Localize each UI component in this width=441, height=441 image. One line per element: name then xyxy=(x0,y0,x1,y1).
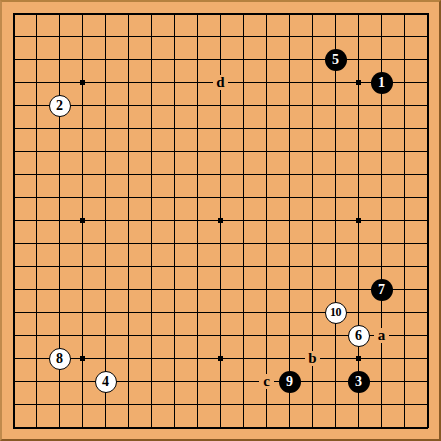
intersection-12-9 xyxy=(255,186,278,209)
intersection-18-19 xyxy=(393,416,416,439)
intersection-5-19 xyxy=(94,416,117,439)
intersection-10-4: d xyxy=(209,71,232,94)
intersection-15-12 xyxy=(324,255,347,278)
intersection-11-19 xyxy=(232,416,255,439)
intersection-16-13 xyxy=(347,278,370,301)
intersection-12-15 xyxy=(255,324,278,347)
intersection-19-9 xyxy=(416,186,439,209)
intersection-4-9 xyxy=(71,186,94,209)
intersection-7-3 xyxy=(140,48,163,71)
intersection-2-11 xyxy=(25,232,48,255)
point-label-d-K16: d xyxy=(213,75,228,90)
intersection-7-18 xyxy=(140,393,163,416)
intersection-9-16 xyxy=(186,347,209,370)
intersection-10-5 xyxy=(209,94,232,117)
intersection-15-8 xyxy=(324,163,347,186)
intersection-13-19 xyxy=(278,416,301,439)
stone-white-4-E3: 4 xyxy=(95,371,117,393)
intersection-1-15 xyxy=(2,324,25,347)
intersection-4-10 xyxy=(71,209,94,232)
intersection-3-5: 2 xyxy=(48,94,71,117)
intersection-11-13 xyxy=(232,278,255,301)
intersection-18-8 xyxy=(393,163,416,186)
intersection-10-14 xyxy=(209,301,232,324)
intersection-7-4 xyxy=(140,71,163,94)
intersection-4-11 xyxy=(71,232,94,255)
intersection-9-5 xyxy=(186,94,209,117)
intersection-8-19 xyxy=(163,416,186,439)
intersection-16-15: 6 xyxy=(347,324,370,347)
intersection-17-13: 7 xyxy=(370,278,393,301)
intersection-19-2 xyxy=(416,25,439,48)
intersection-2-1 xyxy=(25,2,48,25)
intersection-11-6 xyxy=(232,117,255,140)
intersection-19-4 xyxy=(416,71,439,94)
intersection-9-14 xyxy=(186,301,209,324)
intersection-5-4 xyxy=(94,71,117,94)
intersection-15-11 xyxy=(324,232,347,255)
intersection-4-2 xyxy=(71,25,94,48)
intersection-10-6 xyxy=(209,117,232,140)
intersection-14-12 xyxy=(301,255,324,278)
intersection-8-16 xyxy=(163,347,186,370)
intersection-5-1 xyxy=(94,2,117,25)
intersection-1-16 xyxy=(2,347,25,370)
intersection-11-11 xyxy=(232,232,255,255)
intersection-7-5 xyxy=(140,94,163,117)
intersection-13-11 xyxy=(278,232,301,255)
intersection-2-8 xyxy=(25,163,48,186)
intersection-6-6 xyxy=(117,117,140,140)
intersection-1-8 xyxy=(2,163,25,186)
intersection-12-5 xyxy=(255,94,278,117)
intersection-7-13 xyxy=(140,278,163,301)
intersection-11-1 xyxy=(232,2,255,25)
intersection-9-19 xyxy=(186,416,209,439)
intersection-2-4 xyxy=(25,71,48,94)
stone-black-1-R16: 1 xyxy=(371,72,393,94)
intersection-13-8 xyxy=(278,163,301,186)
intersection-10-10 xyxy=(209,209,232,232)
intersection-18-4 xyxy=(393,71,416,94)
intersection-2-5 xyxy=(25,94,48,117)
intersection-17-6 xyxy=(370,117,393,140)
intersection-9-9 xyxy=(186,186,209,209)
intersection-18-5 xyxy=(393,94,416,117)
intersection-6-16 xyxy=(117,347,140,370)
intersection-3-4 xyxy=(48,71,71,94)
intersection-1-7 xyxy=(2,140,25,163)
intersection-6-10 xyxy=(117,209,140,232)
go-grid-19x19: 5d127106a8b4c93 xyxy=(2,2,439,439)
stone-white-8-C4: 8 xyxy=(49,348,71,370)
intersection-13-1 xyxy=(278,2,301,25)
intersection-2-2 xyxy=(25,25,48,48)
intersection-7-17 xyxy=(140,370,163,393)
intersection-9-6 xyxy=(186,117,209,140)
intersection-8-14 xyxy=(163,301,186,324)
intersection-12-2 xyxy=(255,25,278,48)
intersection-13-17: 9 xyxy=(278,370,301,393)
intersection-9-1 xyxy=(186,2,209,25)
intersection-13-13 xyxy=(278,278,301,301)
intersection-16-10 xyxy=(347,209,370,232)
intersection-15-13 xyxy=(324,278,347,301)
intersection-13-14 xyxy=(278,301,301,324)
intersection-1-2 xyxy=(2,25,25,48)
intersection-1-6 xyxy=(2,117,25,140)
intersection-8-10 xyxy=(163,209,186,232)
intersection-4-18 xyxy=(71,393,94,416)
intersection-3-9 xyxy=(48,186,71,209)
intersection-10-7 xyxy=(209,140,232,163)
intersection-6-3 xyxy=(117,48,140,71)
intersection-18-10 xyxy=(393,209,416,232)
point-label-a-R5: a xyxy=(374,328,389,343)
intersection-1-17 xyxy=(2,370,25,393)
intersection-14-1 xyxy=(301,2,324,25)
intersection-6-18 xyxy=(117,393,140,416)
intersection-4-1 xyxy=(71,2,94,25)
intersection-10-15 xyxy=(209,324,232,347)
intersection-9-15 xyxy=(186,324,209,347)
intersection-14-8 xyxy=(301,163,324,186)
intersection-9-10 xyxy=(186,209,209,232)
intersection-2-10 xyxy=(25,209,48,232)
intersection-13-16 xyxy=(278,347,301,370)
intersection-5-18 xyxy=(94,393,117,416)
intersection-5-11 xyxy=(94,232,117,255)
stone-black-7-R7: 7 xyxy=(371,279,393,301)
intersection-5-12 xyxy=(94,255,117,278)
intersection-11-17 xyxy=(232,370,255,393)
intersection-19-10 xyxy=(416,209,439,232)
intersection-16-14 xyxy=(347,301,370,324)
intersection-16-17: 3 xyxy=(347,370,370,393)
intersection-18-14 xyxy=(393,301,416,324)
intersection-15-10 xyxy=(324,209,347,232)
intersection-12-11 xyxy=(255,232,278,255)
intersection-1-4 xyxy=(2,71,25,94)
intersection-19-14 xyxy=(416,301,439,324)
intersection-10-17 xyxy=(209,370,232,393)
intersection-19-1 xyxy=(416,2,439,25)
intersection-2-13 xyxy=(25,278,48,301)
intersection-14-5 xyxy=(301,94,324,117)
intersection-4-19 xyxy=(71,416,94,439)
intersection-2-12 xyxy=(25,255,48,278)
intersection-10-16 xyxy=(209,347,232,370)
intersection-17-3 xyxy=(370,48,393,71)
intersection-18-6 xyxy=(393,117,416,140)
intersection-6-2 xyxy=(117,25,140,48)
stone-black-3-Q3: 3 xyxy=(348,371,370,393)
intersection-17-1 xyxy=(370,2,393,25)
intersection-13-2 xyxy=(278,25,301,48)
intersection-19-7 xyxy=(416,140,439,163)
intersection-11-4 xyxy=(232,71,255,94)
intersection-12-1 xyxy=(255,2,278,25)
intersection-4-12 xyxy=(71,255,94,278)
intersection-2-9 xyxy=(25,186,48,209)
intersection-13-3 xyxy=(278,48,301,71)
intersection-6-19 xyxy=(117,416,140,439)
intersection-2-17 xyxy=(25,370,48,393)
intersection-16-2 xyxy=(347,25,370,48)
intersection-18-7 xyxy=(393,140,416,163)
intersection-14-7 xyxy=(301,140,324,163)
intersection-16-9 xyxy=(347,186,370,209)
stone-white-6-Q5: 6 xyxy=(348,325,370,347)
intersection-18-12 xyxy=(393,255,416,278)
intersection-14-4 xyxy=(301,71,324,94)
intersection-18-9 xyxy=(393,186,416,209)
intersection-19-19 xyxy=(416,416,439,439)
intersection-1-5 xyxy=(2,94,25,117)
intersection-3-8 xyxy=(48,163,71,186)
intersection-3-15 xyxy=(48,324,71,347)
intersection-5-2 xyxy=(94,25,117,48)
intersection-8-18 xyxy=(163,393,186,416)
intersection-3-16: 8 xyxy=(48,347,71,370)
intersection-10-8 xyxy=(209,163,232,186)
intersection-2-15 xyxy=(25,324,48,347)
intersection-16-19 xyxy=(347,416,370,439)
intersection-8-7 xyxy=(163,140,186,163)
intersection-2-16 xyxy=(25,347,48,370)
intersection-6-5 xyxy=(117,94,140,117)
intersection-11-3 xyxy=(232,48,255,71)
intersection-10-2 xyxy=(209,25,232,48)
stone-black-9-N3: 9 xyxy=(279,371,301,393)
intersection-13-4 xyxy=(278,71,301,94)
intersection-4-4 xyxy=(71,71,94,94)
intersection-11-9 xyxy=(232,186,255,209)
intersection-1-9 xyxy=(2,186,25,209)
intersection-1-18 xyxy=(2,393,25,416)
intersection-19-11 xyxy=(416,232,439,255)
intersection-9-3 xyxy=(186,48,209,71)
intersection-8-5 xyxy=(163,94,186,117)
intersection-15-9 xyxy=(324,186,347,209)
intersection-16-3 xyxy=(347,48,370,71)
intersection-2-6 xyxy=(25,117,48,140)
intersection-8-1 xyxy=(163,2,186,25)
intersection-15-18 xyxy=(324,393,347,416)
intersection-1-3 xyxy=(2,48,25,71)
intersection-9-17 xyxy=(186,370,209,393)
intersection-15-2 xyxy=(324,25,347,48)
intersection-12-13 xyxy=(255,278,278,301)
intersection-19-16 xyxy=(416,347,439,370)
intersection-7-6 xyxy=(140,117,163,140)
intersection-17-9 xyxy=(370,186,393,209)
intersection-10-11 xyxy=(209,232,232,255)
intersection-12-18 xyxy=(255,393,278,416)
intersection-15-19 xyxy=(324,416,347,439)
intersection-14-3 xyxy=(301,48,324,71)
intersection-3-10 xyxy=(48,209,71,232)
intersection-17-17 xyxy=(370,370,393,393)
intersection-15-4 xyxy=(324,71,347,94)
intersection-4-17 xyxy=(71,370,94,393)
stone-black-5-P17: 5 xyxy=(325,49,347,71)
intersection-10-3 xyxy=(209,48,232,71)
intersection-14-17 xyxy=(301,370,324,393)
intersection-13-18 xyxy=(278,393,301,416)
intersection-7-14 xyxy=(140,301,163,324)
intersection-6-8 xyxy=(117,163,140,186)
intersection-15-6 xyxy=(324,117,347,140)
intersection-3-13 xyxy=(48,278,71,301)
intersection-12-12 xyxy=(255,255,278,278)
intersection-1-13 xyxy=(2,278,25,301)
intersection-6-12 xyxy=(117,255,140,278)
intersection-7-1 xyxy=(140,2,163,25)
intersection-8-17 xyxy=(163,370,186,393)
intersection-15-3: 5 xyxy=(324,48,347,71)
intersection-3-14 xyxy=(48,301,71,324)
go-board: 5d127106a8b4c93 xyxy=(0,0,441,441)
intersection-5-3 xyxy=(94,48,117,71)
intersection-11-15 xyxy=(232,324,255,347)
intersection-9-8 xyxy=(186,163,209,186)
intersection-3-7 xyxy=(48,140,71,163)
intersection-4-16 xyxy=(71,347,94,370)
intersection-12-3 xyxy=(255,48,278,71)
intersection-1-19 xyxy=(2,416,25,439)
intersection-3-12 xyxy=(48,255,71,278)
intersection-18-13 xyxy=(393,278,416,301)
intersection-12-8 xyxy=(255,163,278,186)
intersection-9-18 xyxy=(186,393,209,416)
intersection-11-10 xyxy=(232,209,255,232)
intersection-17-18 xyxy=(370,393,393,416)
intersection-19-3 xyxy=(416,48,439,71)
intersection-3-19 xyxy=(48,416,71,439)
intersection-14-15 xyxy=(301,324,324,347)
intersection-6-9 xyxy=(117,186,140,209)
intersection-3-3 xyxy=(48,48,71,71)
intersection-2-19 xyxy=(25,416,48,439)
intersection-18-17 xyxy=(393,370,416,393)
intersection-15-17 xyxy=(324,370,347,393)
intersection-3-1 xyxy=(48,2,71,25)
intersection-4-3 xyxy=(71,48,94,71)
intersection-18-18 xyxy=(393,393,416,416)
intersection-8-15 xyxy=(163,324,186,347)
intersection-12-16 xyxy=(255,347,278,370)
intersection-7-15 xyxy=(140,324,163,347)
intersection-14-18 xyxy=(301,393,324,416)
intersection-7-11 xyxy=(140,232,163,255)
intersection-14-9 xyxy=(301,186,324,209)
intersection-15-1 xyxy=(324,2,347,25)
intersection-17-12 xyxy=(370,255,393,278)
intersection-4-14 xyxy=(71,301,94,324)
intersection-1-12 xyxy=(2,255,25,278)
intersection-12-14 xyxy=(255,301,278,324)
intersection-6-4 xyxy=(117,71,140,94)
intersection-15-14: 10 xyxy=(324,301,347,324)
intersection-19-13 xyxy=(416,278,439,301)
intersection-1-14 xyxy=(2,301,25,324)
intersection-19-17 xyxy=(416,370,439,393)
intersection-17-7 xyxy=(370,140,393,163)
intersection-10-12 xyxy=(209,255,232,278)
intersection-16-12 xyxy=(347,255,370,278)
intersection-14-13 xyxy=(301,278,324,301)
intersection-16-11 xyxy=(347,232,370,255)
intersection-12-6 xyxy=(255,117,278,140)
intersection-13-9 xyxy=(278,186,301,209)
intersection-6-15 xyxy=(117,324,140,347)
intersection-4-5 xyxy=(71,94,94,117)
intersection-5-9 xyxy=(94,186,117,209)
intersection-7-19 xyxy=(140,416,163,439)
intersection-16-18 xyxy=(347,393,370,416)
intersection-1-1 xyxy=(2,2,25,25)
intersection-19-18 xyxy=(416,393,439,416)
intersection-4-13 xyxy=(71,278,94,301)
intersection-14-11 xyxy=(301,232,324,255)
intersection-11-7 xyxy=(232,140,255,163)
intersection-16-5 xyxy=(347,94,370,117)
point-label-b-O4: b xyxy=(305,351,320,366)
intersection-3-11 xyxy=(48,232,71,255)
intersection-6-17 xyxy=(117,370,140,393)
intersection-11-14 xyxy=(232,301,255,324)
intersection-14-6 xyxy=(301,117,324,140)
intersection-12-4 xyxy=(255,71,278,94)
stone-white-2-C15: 2 xyxy=(49,95,71,117)
intersection-10-13 xyxy=(209,278,232,301)
intersection-3-2 xyxy=(48,25,71,48)
intersection-9-2 xyxy=(186,25,209,48)
intersection-10-9 xyxy=(209,186,232,209)
intersection-5-8 xyxy=(94,163,117,186)
intersection-3-6 xyxy=(48,117,71,140)
intersection-8-2 xyxy=(163,25,186,48)
intersection-5-15 xyxy=(94,324,117,347)
intersection-8-8 xyxy=(163,163,186,186)
intersection-14-14 xyxy=(301,301,324,324)
intersection-12-10 xyxy=(255,209,278,232)
intersection-14-10 xyxy=(301,209,324,232)
intersection-18-2 xyxy=(393,25,416,48)
intersection-12-7 xyxy=(255,140,278,163)
intersection-9-12 xyxy=(186,255,209,278)
intersection-8-3 xyxy=(163,48,186,71)
intersection-13-7 xyxy=(278,140,301,163)
intersection-18-11 xyxy=(393,232,416,255)
intersection-17-11 xyxy=(370,232,393,255)
intersection-14-19 xyxy=(301,416,324,439)
intersection-4-15 xyxy=(71,324,94,347)
intersection-15-15 xyxy=(324,324,347,347)
intersection-17-2 xyxy=(370,25,393,48)
intersection-11-5 xyxy=(232,94,255,117)
intersection-10-1 xyxy=(209,2,232,25)
intersection-8-9 xyxy=(163,186,186,209)
intersection-3-18 xyxy=(48,393,71,416)
intersection-8-6 xyxy=(163,117,186,140)
intersection-16-1 xyxy=(347,2,370,25)
intersection-2-18 xyxy=(25,393,48,416)
intersection-17-5 xyxy=(370,94,393,117)
intersection-3-17 xyxy=(48,370,71,393)
intersection-13-10 xyxy=(278,209,301,232)
